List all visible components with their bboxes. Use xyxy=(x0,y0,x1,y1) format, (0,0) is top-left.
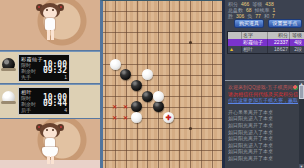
grid-line xyxy=(103,11,222,12)
extra-stat-label: 后手 xyxy=(21,107,31,113)
buy-items-button[interactable]: 购买道具 xyxy=(234,19,264,28)
extra-stat-value: 4 xyxy=(64,107,67,113)
chat-messages: 欢迎来到QQ游戏-五子棋房间请勿相信任何代练及买卖积分信息，谨防上当受骗！点击这… xyxy=(228,84,298,162)
chat-scrollbar[interactable]: ▲ ▼ xyxy=(299,81,304,168)
chat-line: 如日阳光离开了本桌 xyxy=(228,155,298,162)
grid-line xyxy=(103,160,222,161)
last-move-marker: ✚ xyxy=(166,114,172,121)
bottom-player-timer-panel: 相叶 限时 10:00 剩余时 09:44 后手 4 xyxy=(18,87,70,115)
table-header-name: 名字 xyxy=(242,32,268,39)
white-stone xyxy=(110,59,121,70)
grid-line xyxy=(103,43,222,44)
white-stone: ✚ xyxy=(163,112,174,123)
warning-triangle-icon: ▲ xyxy=(228,46,242,53)
chat-line: 如日阳光离开了本桌 xyxy=(228,122,298,129)
chat-line: 如日阳光进入了本桌 xyxy=(228,129,298,136)
left-player-column: 彩霞仙子 限时 10:00 剩余时 09:32 先手 1 相叶 xyxy=(0,0,100,168)
player-score-cell: 22337 xyxy=(268,39,290,46)
hair-bead-icon xyxy=(60,126,62,128)
player-score-cell: 18627 xyxy=(268,46,290,53)
stone-tray xyxy=(1,68,16,71)
grid-line xyxy=(103,85,222,86)
doll-leg xyxy=(47,30,50,40)
forbidden-point-mark: ✕ xyxy=(123,115,128,121)
gomoku-board[interactable]: ✕✕✕✕✚ xyxy=(100,0,222,168)
hair-bead-icon xyxy=(38,126,40,128)
table-header-row: 名字 积分 等级 xyxy=(228,32,304,39)
bottom-player-avatar xyxy=(0,118,100,168)
white-stone xyxy=(131,112,142,123)
stat-label: 胜 xyxy=(228,13,233,19)
chat-line: 欢迎来到QQ游戏-五子棋房间 xyxy=(228,84,298,91)
player-level-cell: 2段 xyxy=(290,46,303,53)
forbidden-point-mark: ✕ xyxy=(112,115,117,121)
bottom-player-timer-strip: 相叶 限时 10:00 剩余时 09:44 后手 4 xyxy=(0,84,100,119)
grid-line xyxy=(103,139,222,140)
doll-leg xyxy=(51,30,54,40)
flower-icon xyxy=(293,85,298,90)
hair-bead-icon xyxy=(38,6,40,8)
extra-stat-label: 先手 xyxy=(21,74,31,80)
star-point xyxy=(189,41,192,44)
player-stats: 积分466等级438总盘数68掉线率1胜306负77和7 xyxy=(228,1,302,19)
doll-leg xyxy=(51,156,54,164)
black-stone xyxy=(120,69,131,80)
table-header-icon xyxy=(228,32,242,39)
star-point xyxy=(189,127,192,130)
table-header-level: 等级 xyxy=(290,32,303,39)
grid-line xyxy=(103,150,222,151)
player-list-table: 名字 积分 等级 彩霞仙子223374段▲相叶186272段 xyxy=(227,31,304,54)
avatar-floor xyxy=(0,160,100,168)
stat-label: 和 xyxy=(264,13,269,19)
white-stone xyxy=(142,69,153,80)
black-stone xyxy=(153,101,164,112)
player-row[interactable]: ▲相叶186272段 xyxy=(228,46,304,53)
doll-dress xyxy=(42,147,58,157)
set-forbidden-points-button[interactable]: 设置禁手点 xyxy=(268,19,302,28)
forbidden-point-mark: ✕ xyxy=(112,104,117,110)
white-stone xyxy=(153,91,164,102)
scrollbar-thumb[interactable] xyxy=(299,85,304,99)
info-panel: 积分466等级438总盘数68掉线率1胜306负77和7 购买道具 设置禁手点 … xyxy=(222,0,304,168)
extra-stat-value: 1 xyxy=(64,74,67,80)
chat-line: 请勿相信任何代练及买卖积分信息，谨防上当受骗！ xyxy=(228,91,298,98)
grid-line xyxy=(103,128,222,129)
grid-line xyxy=(103,32,222,33)
eye-icon xyxy=(46,129,48,131)
chat-line: 如日阳光进入了本桌 xyxy=(228,142,298,149)
hair-bead-icon xyxy=(60,6,62,8)
black-stone xyxy=(142,91,153,102)
gomoku-game-window: 彩霞仙子 限时 10:00 剩余时 09:32 先手 1 相叶 xyxy=(0,0,304,168)
table-header-score: 积分 xyxy=(268,32,290,39)
eye-icon xyxy=(52,9,54,11)
top-player-avatar xyxy=(0,0,100,51)
eye-icon xyxy=(46,9,48,11)
grid-line xyxy=(103,53,222,54)
player-name-cell: 相叶 xyxy=(242,46,268,53)
stone-tray xyxy=(1,101,16,104)
player-row[interactable]: 彩霞仙子223374段 xyxy=(228,39,304,46)
doll-leg xyxy=(47,156,50,164)
grid-line xyxy=(103,64,222,65)
black-stone xyxy=(131,80,142,91)
chat-area: 欢迎来到QQ游戏-五子棋房间请勿相信任何代练及买卖积分信息，谨防上当受骗！点击这… xyxy=(225,80,304,168)
grid-line xyxy=(103,21,222,22)
doll-body xyxy=(45,18,55,30)
top-player-timer-panel: 彩霞仙子 限时 10:00 剩余时 09:32 先手 1 xyxy=(18,54,70,82)
top-player-timer-strip: 彩霞仙子 限时 10:00 剩余时 09:32 先手 1 xyxy=(0,51,100,85)
chat-line: 如日阳光离开了本桌 xyxy=(228,135,298,142)
black-stone xyxy=(131,101,142,112)
chat-line: 开心果果离开了本桌 xyxy=(228,109,298,116)
scroll-down-icon[interactable]: ▼ xyxy=(299,164,304,168)
chat-line: 如日阳光离开了本桌 xyxy=(228,148,298,155)
forbidden-point-mark: ✕ xyxy=(123,104,128,110)
chat-link[interactable]: 点击这里参加五子棋大赛，赢取丰厚大奖！ xyxy=(228,97,298,104)
player-name-cell: 彩霞仙子 xyxy=(242,39,268,46)
eye-icon xyxy=(52,129,54,131)
chat-line: 如日阳光进入了本桌 xyxy=(228,115,298,122)
player-level-cell: 4段 xyxy=(290,39,303,46)
